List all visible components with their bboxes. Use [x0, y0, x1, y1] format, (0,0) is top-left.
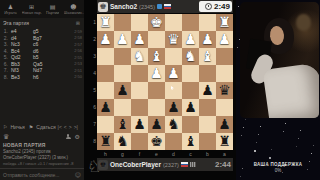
star	[243, 127, 244, 128]
move-mb[interactable]: d6	[33, 48, 57, 54]
opponent-profile-icon[interactable]	[66, 134, 71, 139]
board-square-e8[interactable]: ♚	[148, 133, 165, 150]
board-square-e6[interactable]	[148, 99, 165, 116]
board-square-g6[interactable]	[114, 99, 131, 116]
tab-label: Партии	[46, 10, 60, 15]
board-square-e2[interactable]	[148, 31, 165, 48]
support-value: 0%	[236, 168, 320, 173]
tab-label: Играть	[4, 10, 17, 15]
star	[254, 150, 256, 152]
board-square-f5[interactable]	[131, 82, 148, 99]
move-mw[interactable]: Be3	[11, 74, 33, 80]
star	[296, 146, 297, 147]
board-square-a5[interactable]: ♛	[216, 82, 233, 99]
webcam-view	[240, 2, 319, 118]
board-square-d5[interactable]	[165, 82, 182, 99]
star	[258, 134, 259, 135]
nav-back-button[interactable]: <	[64, 124, 67, 130]
sidebar-tab-3[interactable]: ☻Шахматис…	[63, 0, 84, 18]
board-square-g1[interactable]	[114, 14, 131, 31]
move-list: 1.e4g52:592.d4Bg72:583.Nc3c62:574.Bc4d62…	[0, 28, 84, 80]
star	[298, 138, 299, 139]
stream-right-column: ВАША ПОДДЕРЖКА 0%	[236, 0, 320, 180]
rank-label: 8	[89, 133, 96, 150]
bottom-player-flag-icon	[181, 162, 188, 167]
bottom-player-badge-icon	[190, 162, 196, 167]
move-mw[interactable]: e4	[11, 28, 33, 34]
chess-board: ♜♚♜♟♟♟♛♟♟♟♞♝♞♝♟♟♟♟♛♟♟♟♝♟♟♞♟♜♞♚♝♜	[97, 14, 233, 150]
move-mn: 4.	[0, 48, 8, 54]
current-game-title: Эта партия	[3, 20, 29, 26]
pairing-text: Sancho2 (2345) против OneCoberPlayer (23…	[3, 149, 81, 160]
move-mn: 8.	[0, 74, 8, 80]
board-square-a1[interactable]: ♜	[216, 14, 233, 31]
board-square-c2[interactable]: ♟	[182, 31, 199, 48]
board-square-b1[interactable]	[199, 14, 216, 31]
board-square-e5[interactable]	[148, 82, 165, 99]
board-square-a4[interactable]	[216, 65, 233, 82]
star	[283, 131, 284, 132]
board-square-b5[interactable]: ♟	[199, 82, 216, 99]
nav-forward-button[interactable]: >	[69, 124, 72, 130]
board-square-h4[interactable]	[97, 65, 114, 82]
star	[240, 176, 241, 177]
board-square-b4[interactable]	[199, 65, 216, 82]
bottom-player-bar: ♚ OneCoberPlayer (2327) 2:44	[97, 158, 233, 171]
teddy-bear	[296, 14, 311, 31]
move-row[interactable]: 8.Be3h62:50	[0, 74, 84, 81]
move-mt: 2:57	[74, 42, 82, 47]
tab-label: Шахматис…	[64, 10, 84, 15]
rank-label: 4	[89, 65, 96, 82]
clock-icon	[205, 3, 212, 10]
rating-change-text: победа +8 / ничья +0.1 / поражение -8	[3, 161, 81, 166]
sidebar-tab-2[interactable]: ▤Партии	[42, 0, 63, 18]
support-label: ВАША ПОДДЕРЖКА	[236, 162, 320, 167]
board-square-f2[interactable]: ♟	[131, 31, 148, 48]
board-square-g2[interactable]: ♟	[114, 31, 131, 48]
move-mw[interactable]: d4	[11, 35, 33, 41]
rank-label: 2	[89, 31, 96, 48]
move-mt: 2:51	[74, 68, 82, 73]
board-square-d8[interactable]	[165, 133, 182, 150]
file-label: c	[182, 151, 199, 158]
rank-label: 6	[89, 99, 96, 116]
move-mt: 2:53	[74, 61, 82, 66]
move-mn: 2.	[0, 35, 8, 41]
board-square-f6[interactable]	[131, 99, 148, 116]
board-square-d7[interactable]: ♞	[165, 116, 182, 133]
board-square-b8[interactable]	[199, 133, 216, 150]
board-square-h2[interactable]: ♟	[97, 31, 114, 48]
current-game-header: Эта партия ⊞	[0, 19, 84, 27]
board-square-g8[interactable]: ♞	[114, 133, 131, 150]
gear-icon[interactable]: ⚙	[75, 133, 80, 140]
move-mb[interactable]: g5	[33, 28, 57, 34]
move-mb[interactable]: Nd7	[33, 67, 57, 73]
board-square-d3[interactable]	[165, 48, 182, 65]
board-square-a2[interactable]: ♟	[216, 31, 233, 48]
top-player-bar: ♚ Sancho2 (2345) 2:49	[97, 0, 233, 13]
board-square-a6[interactable]	[216, 99, 233, 116]
board-square-b2[interactable]: ♟	[199, 31, 216, 48]
board-square-d1[interactable]	[165, 14, 182, 31]
file-label: f	[131, 151, 148, 158]
star	[313, 145, 314, 146]
move-mn: 6.	[0, 61, 8, 67]
file-label: d	[165, 151, 182, 158]
move-mn: 3.	[0, 41, 8, 47]
support-widget: ВАША ПОДДЕРЖКА 0%	[236, 162, 320, 173]
sidebar-tabbar: ♟Играть⊞Новая пар…▤Партии☻Шахматис…	[0, 0, 84, 18]
chat-input[interactable]: Отправить сообщение... ☺	[0, 168, 84, 180]
board-square-b6[interactable]	[199, 99, 216, 116]
move-mt: 2:59	[74, 29, 82, 34]
file-label: h	[97, 151, 114, 158]
board-square-a8[interactable]: ♜	[216, 133, 233, 150]
star	[311, 153, 312, 154]
resign-flag-icon: ⚑	[29, 124, 33, 130]
star	[245, 119, 246, 120]
board-square-d4[interactable]: ♟	[165, 65, 182, 82]
board-grid-icon: ⊞	[76, 20, 80, 26]
bottom-player-avatar[interactable]: ♚	[98, 160, 108, 170]
star	[238, 6, 239, 7]
board-square-g7[interactable]: ♝	[114, 116, 131, 133]
move-mw[interactable]: Nc3	[11, 41, 33, 47]
board-square-h1[interactable]: ♜	[97, 14, 114, 31]
board-square-f8[interactable]	[131, 133, 148, 150]
file-label: e	[148, 151, 165, 158]
stream-screen: ♟Играть⊞Новая пар…▤Партии☻Шахматис… Эта …	[0, 0, 320, 180]
move-mt: 2:50	[74, 74, 82, 79]
move-mn: 5.	[0, 54, 8, 60]
move-mn: 7.	[0, 67, 8, 73]
rank-label: 1	[89, 14, 96, 31]
bottom-player-clock: 2:44	[215, 160, 231, 169]
top-player-name[interactable]: Sancho2	[110, 3, 137, 10]
board-square-e7[interactable]: ♟	[148, 116, 165, 133]
star	[269, 157, 271, 159]
move-mw[interactable]: Qd2	[11, 54, 33, 60]
move-mt: 2:58	[74, 35, 82, 40]
board-square-a7[interactable]: ♟	[216, 116, 233, 133]
board-square-h5[interactable]	[97, 82, 114, 99]
file-label: a	[216, 151, 233, 158]
board-square-e1[interactable]: ♚	[148, 14, 165, 31]
move-mb[interactable]: c6	[33, 41, 57, 47]
board-square-c7[interactable]	[182, 116, 199, 133]
options-row: ♛ ⚙	[0, 132, 84, 141]
board-square-f7[interactable]: ♟	[131, 116, 148, 133]
star	[260, 126, 261, 127]
move-mt: 2:56	[74, 48, 82, 53]
sidebar-tab-0[interactable]: ♟Играть	[0, 0, 21, 18]
board-square-e4[interactable]: ♟	[148, 65, 165, 82]
rank-label: 7	[89, 116, 96, 133]
board-square-h8[interactable]: ♜	[97, 133, 114, 150]
board-square-d6[interactable]: ♟	[165, 99, 182, 116]
promotion-piece-icon[interactable]: ♛	[3, 133, 9, 141]
star	[271, 149, 272, 150]
top-player-rating: (2345)	[139, 4, 155, 10]
move-mb[interactable]: Qa5	[33, 61, 57, 67]
top-player-flag-icon	[164, 4, 171, 9]
move-mn: 1.	[0, 28, 8, 34]
board-square-c1[interactable]	[182, 14, 199, 31]
sidebar-tab-1[interactable]: ⊞Новая пар…	[21, 0, 42, 18]
board-square-b3[interactable]: ♝	[199, 48, 216, 65]
star	[241, 135, 242, 136]
bottom-player-rating: (2327)	[163, 162, 179, 168]
star	[237, 47, 238, 48]
rank-label: 5	[89, 82, 96, 99]
streamer-shirt	[262, 62, 319, 118]
move-mw[interactable]: Bb3	[11, 61, 33, 67]
file-label: b	[199, 151, 216, 158]
board-square-b7[interactable]	[199, 116, 216, 133]
sidebar: ♟Играть⊞Новая пар…▤Партии☻Шахматис… Эта …	[0, 0, 84, 180]
new-game-title: НОВАЯ ПАРТИЯ	[3, 142, 46, 148]
board-square-f3[interactable]: ♞	[131, 48, 148, 65]
board-square-d2[interactable]: ♛	[165, 31, 182, 48]
chat-placeholder: Отправить сообщение...	[3, 172, 60, 178]
resign-button[interactable]: Сдаться	[36, 124, 55, 130]
board-square-h6[interactable]: ♟	[97, 99, 114, 116]
file-label: g	[114, 151, 131, 158]
board-square-g3[interactable]	[114, 48, 131, 65]
board-square-c4[interactable]	[182, 65, 199, 82]
board-square-e3[interactable]: ♝	[148, 48, 165, 65]
board-square-c8[interactable]: ♝	[182, 133, 199, 150]
move-mt: 2:55	[74, 55, 82, 60]
move-mb[interactable]: b5	[33, 54, 57, 60]
board-square-c5[interactable]	[182, 82, 199, 99]
draw-flag-icon: ⚐	[3, 124, 7, 130]
move-mw[interactable]: Nf3	[11, 67, 33, 73]
tab-label: Новая пар…	[22, 10, 42, 15]
top-player-clock: 2:49	[199, 1, 232, 12]
star	[300, 130, 301, 131]
nav-last-button[interactable]: >|	[74, 124, 78, 130]
emoji-icon[interactable]: ☺	[75, 171, 81, 178]
move-mw[interactable]: Bc4	[11, 48, 33, 54]
bottom-player-name[interactable]: OneCoberPlayer	[110, 161, 161, 168]
board-square-f1[interactable]	[131, 14, 148, 31]
game-controls: ⚐ Ничья ⚑ Сдаться |< < > >|	[0, 122, 84, 131]
board-square-c3[interactable]: ♞	[182, 48, 199, 65]
board-square-f4[interactable]	[131, 65, 148, 82]
move-mb[interactable]: h6	[33, 74, 57, 80]
board-square-c6[interactable]: ♟	[182, 99, 199, 116]
board-square-a3[interactable]	[216, 48, 233, 65]
star	[256, 142, 257, 143]
nav-first-button[interactable]: |<	[58, 124, 62, 130]
move-mb[interactable]: Bg7	[33, 35, 57, 41]
board-square-g4[interactable]	[114, 65, 131, 82]
rank-label: 3	[89, 48, 96, 65]
title-badge	[157, 4, 162, 9]
draw-button[interactable]: Ничья	[10, 124, 24, 130]
board-square-g5[interactable]: ♟	[114, 82, 131, 99]
top-player-avatar[interactable]: ♚	[98, 2, 108, 12]
star	[285, 123, 286, 124]
board-square-h3[interactable]	[97, 48, 114, 65]
board-square-h7[interactable]	[97, 116, 114, 133]
